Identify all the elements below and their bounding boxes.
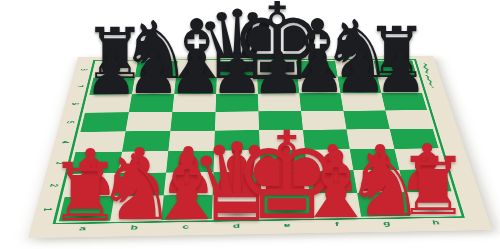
- square-b6[interactable]: [129, 94, 174, 112]
- square-f6[interactable]: [299, 93, 343, 111]
- rank-label-1: 1: [40, 205, 55, 214]
- square-a3[interactable]: [70, 152, 122, 174]
- file-label-f: f: [312, 220, 363, 228]
- square-h4[interactable]: [390, 129, 439, 149]
- square-h8[interactable]: [374, 60, 417, 76]
- square-e3[interactable]: [260, 150, 307, 172]
- rank-labels: 12345678: [78, 56, 433, 57]
- square-h6[interactable]: [381, 93, 427, 111]
- square-h7[interactable]: [377, 76, 421, 93]
- rank-label-8: 8: [78, 67, 90, 73]
- chessboard-mat: abcdefgh 12345678: [28, 56, 492, 238]
- square-g6[interactable]: [340, 93, 385, 111]
- square-h5[interactable]: [385, 110, 432, 129]
- rank-label-5: 5: [64, 119, 77, 126]
- square-f8[interactable]: [296, 61, 338, 77]
- square-d6[interactable]: [216, 94, 259, 112]
- rank-label-3: 3: [53, 159, 67, 167]
- square-h1[interactable]: [405, 191, 459, 215]
- square-d5[interactable]: [215, 111, 259, 130]
- square-f1[interactable]: [309, 193, 361, 218]
- square-b2[interactable]: [114, 173, 166, 197]
- square-h3[interactable]: [394, 148, 445, 169]
- square-d7[interactable]: [216, 77, 258, 94]
- square-b3[interactable]: [118, 151, 168, 173]
- square-b4[interactable]: [122, 131, 170, 152]
- square-f2[interactable]: [307, 170, 357, 193]
- square-e4[interactable]: [259, 130, 305, 150]
- square-e1[interactable]: [261, 193, 312, 218]
- square-g4[interactable]: [347, 129, 395, 149]
- square-c5[interactable]: [170, 112, 215, 131]
- square-f7[interactable]: [298, 76, 341, 93]
- square-c2[interactable]: [164, 172, 214, 195]
- square-b7[interactable]: [132, 77, 176, 94]
- square-g2[interactable]: [353, 170, 404, 193]
- square-f3[interactable]: [305, 149, 353, 171]
- square-d3[interactable]: [213, 150, 260, 172]
- rank-label-6: 6: [69, 100, 82, 107]
- square-g3[interactable]: [350, 149, 399, 171]
- square-g8[interactable]: [335, 61, 377, 77]
- square-f5[interactable]: [301, 111, 346, 130]
- square-g7[interactable]: [338, 76, 382, 93]
- file-label-d: d: [211, 222, 262, 230]
- board-squares: [59, 60, 459, 221]
- square-c1[interactable]: [161, 195, 212, 220]
- product-photo-stage: abcdefgh 12345678 ♜♞♝♛♚♝♞♜♟♟♟♟♟♟♟♟♟♟♟♟♟♟…: [0, 0, 500, 249]
- square-d2[interactable]: [213, 171, 262, 194]
- square-d4[interactable]: [214, 130, 260, 150]
- square-d1[interactable]: [212, 194, 262, 219]
- rank-label-7: 7: [74, 83, 86, 89]
- square-c4[interactable]: [168, 131, 215, 152]
- rank-label-2: 2: [47, 181, 62, 190]
- square-a2[interactable]: [65, 173, 119, 197]
- square-g5[interactable]: [343, 110, 389, 129]
- square-g1[interactable]: [357, 192, 410, 217]
- square-c3[interactable]: [166, 151, 214, 173]
- file-label-a: a: [56, 224, 109, 232]
- square-b8[interactable]: [135, 61, 178, 77]
- square-a7[interactable]: [89, 77, 134, 94]
- square-c7[interactable]: [174, 77, 217, 94]
- file-label-h: h: [411, 219, 462, 227]
- square-b5[interactable]: [126, 112, 173, 131]
- file-labels: abcdefgh: [78, 56, 433, 57]
- square-c6[interactable]: [172, 94, 216, 112]
- file-label-b: b: [108, 223, 160, 231]
- square-e8[interactable]: [257, 61, 298, 77]
- file-label-e: e: [262, 221, 313, 229]
- square-e7[interactable]: [257, 77, 299, 94]
- rank-label-4: 4: [59, 138, 73, 146]
- square-a6[interactable]: [85, 94, 132, 112]
- square-d8[interactable]: [217, 61, 258, 77]
- square-e2[interactable]: [260, 171, 309, 194]
- square-h2[interactable]: [399, 169, 451, 192]
- square-a4[interactable]: [76, 131, 126, 152]
- square-a1[interactable]: [59, 196, 115, 221]
- square-c8[interactable]: [176, 61, 217, 77]
- file-label-c: c: [160, 223, 212, 231]
- square-a8[interactable]: [93, 61, 137, 77]
- file-label-g: g: [362, 219, 413, 227]
- square-f4[interactable]: [303, 129, 350, 149]
- square-e6[interactable]: [258, 93, 301, 111]
- square-e5[interactable]: [258, 111, 302, 130]
- square-a5[interactable]: [80, 112, 128, 131]
- square-b1[interactable]: [110, 195, 164, 220]
